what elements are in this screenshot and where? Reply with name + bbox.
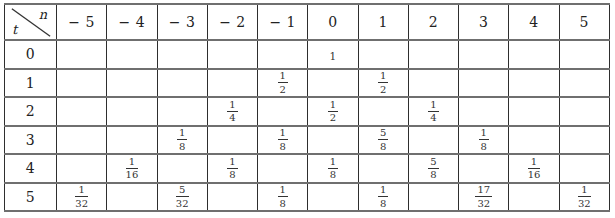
cell-t0-n-2 — [207, 40, 257, 69]
corner-t-label: t — [12, 22, 17, 37]
cell-t1-n5 — [559, 69, 609, 98]
cell-t2-n3 — [459, 97, 509, 126]
cell-t3-n5 — [559, 126, 609, 155]
cell-t3-n-3: 18 — [157, 126, 207, 155]
cell-t5-n-2 — [207, 183, 257, 212]
row-header-t5: 5 — [5, 183, 57, 212]
fraction-value: 18 — [479, 127, 489, 152]
cell-t0-n-5 — [57, 40, 107, 69]
probability-table: n t − 5− 4− 3− 2− 1012345 01112122141214… — [4, 3, 610, 212]
fraction-value: 116 — [528, 156, 541, 181]
cell-t4-n-4: 116 — [107, 154, 157, 183]
fraction-value: 18 — [177, 127, 187, 152]
cell-t1-n3 — [459, 69, 509, 98]
cell-t0-n1 — [358, 40, 408, 69]
integer-value: 1 — [330, 50, 337, 62]
cell-t1-n4 — [509, 69, 559, 98]
col-header-n4: 4 — [509, 4, 559, 40]
cell-t5-n4 — [509, 183, 559, 212]
table-row-t5: 513253218181732132 — [5, 183, 610, 212]
cell-t2-n0: 12 — [308, 97, 358, 126]
fraction-value: 18 — [278, 184, 288, 209]
col-header-n5: 5 — [559, 4, 609, 40]
cell-t4-n3 — [459, 154, 509, 183]
cell-t2-n5 — [559, 97, 609, 126]
row-header-t4: 4 — [5, 154, 57, 183]
cell-t4-n-2: 18 — [207, 154, 257, 183]
cell-t1-n1: 12 — [358, 69, 408, 98]
col-header-n-2: − 2 — [207, 4, 257, 40]
fraction-value: 12 — [278, 70, 288, 95]
corner-cell: n t — [5, 4, 57, 40]
table-row-t0: 01 — [5, 40, 610, 69]
page: n t − 5− 4− 3− 2− 1012345 01112122141214… — [0, 0, 615, 218]
cell-t0-n-4 — [107, 40, 157, 69]
fraction-value: 532 — [176, 184, 189, 209]
cell-t3-n-2 — [207, 126, 257, 155]
cell-t5-n5: 132 — [559, 183, 609, 212]
cell-t0-n-1 — [258, 40, 308, 69]
col-header-n0: 0 — [308, 4, 358, 40]
fraction-value: 132 — [75, 184, 88, 209]
cell-t1-n0 — [308, 69, 358, 98]
col-header-n-4: − 4 — [107, 4, 157, 40]
cell-t5-n0 — [308, 183, 358, 212]
cell-t3-n-1: 18 — [258, 126, 308, 155]
cell-t0-n-3 — [157, 40, 207, 69]
cell-t3-n-5 — [57, 126, 107, 155]
cell-t0-n4 — [509, 40, 559, 69]
cell-t2-n-4 — [107, 97, 157, 126]
cell-t1-n-2 — [207, 69, 257, 98]
cell-t5-n3: 1732 — [459, 183, 509, 212]
col-header-n2: 2 — [408, 4, 458, 40]
cell-t2-n-3 — [157, 97, 207, 126]
fraction-value: 14 — [227, 99, 237, 124]
cell-t1-n-1: 12 — [258, 69, 308, 98]
cell-t5-n-4 — [107, 183, 157, 212]
cell-t2-n-1 — [258, 97, 308, 126]
cell-t2-n-2: 14 — [207, 97, 257, 126]
col-header-n-1: − 1 — [258, 4, 308, 40]
fraction-value: 12 — [378, 70, 388, 95]
table-row-t4: 4116181858116 — [5, 154, 610, 183]
col-header-n3: 3 — [459, 4, 509, 40]
fraction-value: 132 — [578, 184, 591, 209]
fraction-value: 14 — [428, 99, 438, 124]
row-header-t2: 2 — [5, 97, 57, 126]
fraction-value: 18 — [378, 184, 388, 209]
cell-t0-n5 — [559, 40, 609, 69]
cell-t4-n-3 — [157, 154, 207, 183]
fraction-value: 58 — [428, 156, 438, 181]
fraction-value: 18 — [328, 156, 338, 181]
row-header-t0: 0 — [5, 40, 57, 69]
cell-t4-n-1 — [258, 154, 308, 183]
cell-t0-n0: 1 — [308, 40, 358, 69]
cell-t1-n-5 — [57, 69, 107, 98]
row-header-t1: 1 — [5, 69, 57, 98]
cell-t0-n2 — [408, 40, 458, 69]
cell-t4-n0: 18 — [308, 154, 358, 183]
cell-t2-n4 — [509, 97, 559, 126]
cell-t5-n1: 18 — [358, 183, 408, 212]
col-header-n-3: − 3 — [157, 4, 207, 40]
cell-t3-n2 — [408, 126, 458, 155]
cell-t4-n5 — [559, 154, 609, 183]
cell-t4-n1 — [358, 154, 408, 183]
col-header-n-5: − 5 — [57, 4, 107, 40]
fraction-value: 1732 — [475, 184, 492, 209]
table-row-t2: 2141214 — [5, 97, 610, 126]
cell-t5-n-5: 132 — [57, 183, 107, 212]
fraction-value: 18 — [227, 156, 237, 181]
cell-t3-n0 — [308, 126, 358, 155]
table-row-t1: 11212 — [5, 69, 610, 98]
table-row-t3: 318185818 — [5, 126, 610, 155]
cell-t1-n-4 — [107, 69, 157, 98]
cell-t5-n-3: 532 — [157, 183, 207, 212]
fraction-value: 18 — [278, 127, 288, 152]
cell-t3-n3: 18 — [459, 126, 509, 155]
cell-t4-n4: 116 — [509, 154, 559, 183]
corner-n-label: n — [39, 7, 47, 22]
cell-t4-n-5 — [57, 154, 107, 183]
cell-t2-n-5 — [57, 97, 107, 126]
cell-t2-n2: 14 — [408, 97, 458, 126]
cell-t3-n1: 58 — [358, 126, 408, 155]
cell-t1-n2 — [408, 69, 458, 98]
row-header-t3: 3 — [5, 126, 57, 155]
cell-t5-n-1: 18 — [258, 183, 308, 212]
cell-t4-n2: 58 — [408, 154, 458, 183]
header-row: n t − 5− 4− 3− 2− 1012345 — [5, 4, 610, 40]
fraction-value: 12 — [328, 99, 338, 124]
col-header-n1: 1 — [358, 4, 408, 40]
cell-t3-n4 — [509, 126, 559, 155]
fraction-value: 116 — [126, 156, 139, 181]
fraction-value: 58 — [378, 127, 388, 152]
cell-t5-n2 — [408, 183, 458, 212]
cell-t2-n1 — [358, 97, 408, 126]
cell-t1-n-3 — [157, 69, 207, 98]
cell-t3-n-4 — [107, 126, 157, 155]
cell-t0-n3 — [459, 40, 509, 69]
